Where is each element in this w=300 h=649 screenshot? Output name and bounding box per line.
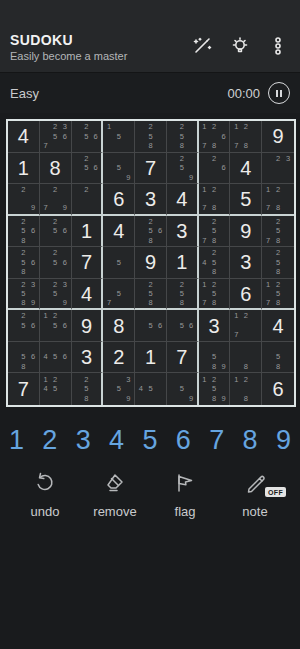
app-subtitle: Easily become a master — [10, 50, 127, 62]
sudoku-cell-r7c6[interactable]: 56 — [167, 310, 199, 342]
cell-value: 7 — [145, 158, 156, 178]
sudoku-cell-r1c8[interactable]: 1278 — [230, 121, 262, 153]
cell-notes: 258 — [263, 248, 293, 277]
menu-kebab-icon[interactable] — [266, 34, 290, 58]
cell-value: 9 — [145, 252, 156, 272]
sudoku-cell-r1c4[interactable]: 15 — [103, 121, 135, 153]
cell-value: 6 — [113, 189, 124, 209]
cell-notes: 259 — [168, 154, 196, 183]
flag-label: flag — [175, 504, 196, 519]
numpad-digit-2[interactable]: 2 — [42, 427, 57, 454]
sudoku-cell-r3c6[interactable]: 4 — [167, 184, 199, 216]
sudoku-cell-r7c8[interactable]: 127 — [230, 310, 262, 342]
sudoku-cell-r7c4[interactable]: 8 — [103, 310, 135, 342]
cell-notes: 57 — [104, 280, 133, 308]
cell-notes: 58 — [263, 343, 293, 372]
cell-notes: 45 — [136, 374, 165, 404]
sudoku-cell-r1c2[interactable]: 23567 — [40, 121, 72, 153]
sudoku-cell-r2c5[interactable]: 7 — [135, 153, 167, 185]
sudoku-cell-r9c6[interactable]: 59 — [167, 373, 199, 405]
numpad-digit-8[interactable]: 8 — [243, 427, 258, 454]
cell-notes: 2458 — [200, 248, 229, 277]
undo-label: undo — [31, 504, 60, 519]
sudoku-cell-r3c3[interactable]: 2 — [72, 184, 104, 216]
sudoku-cell-r7c2[interactable]: 1256 — [40, 310, 72, 342]
cell-notes: 568 — [9, 343, 38, 372]
sudoku-cell-r8c1[interactable]: 568 — [8, 342, 40, 374]
sudoku-cell-r8c8[interactable]: 8 — [230, 342, 262, 374]
cell-notes: 258 — [168, 280, 196, 308]
cell-notes: 1278 — [231, 122, 260, 151]
note-button[interactable]: OFF note — [228, 471, 282, 519]
numpad-digit-3[interactable]: 3 — [76, 427, 91, 454]
cell-notes: 2359 — [41, 280, 70, 308]
note-off-badge: OFF — [265, 487, 286, 497]
sudoku-cell-r7c1[interactable]: 256 — [8, 310, 40, 342]
numpad-digit-4[interactable]: 4 — [109, 427, 124, 454]
title-block: SUDOKU Easily become a master — [10, 32, 127, 62]
cell-value: 8 — [50, 158, 61, 178]
cell-value: 4 — [273, 316, 284, 336]
sudoku-cell-r6c8[interactable]: 6 — [230, 279, 262, 311]
cell-value: 3 — [145, 189, 156, 209]
flag-button[interactable]: flag — [158, 471, 212, 519]
cell-notes: 56 — [136, 311, 165, 340]
sudoku-cell-r6c1[interactable]: 23589 — [8, 279, 40, 311]
cell-notes: 258 — [73, 374, 101, 404]
cell-value: 4 — [81, 284, 92, 304]
sudoku-cell-r6c6[interactable]: 258 — [167, 279, 199, 311]
sudoku-cell-r4c3[interactable]: 1 — [72, 216, 104, 248]
sudoku-cell-r9c3[interactable]: 258 — [72, 373, 104, 405]
sudoku-cell-r8c6[interactable]: 7 — [167, 342, 199, 374]
sudoku-cell-r9c7[interactable]: 12589 — [199, 373, 231, 405]
sudoku-cell-r5c3[interactable]: 7 — [72, 247, 104, 279]
cell-notes: 589 — [200, 343, 229, 372]
remove-button[interactable]: remove — [88, 471, 142, 519]
sudoku-cell-r9c5[interactable]: 45 — [135, 373, 167, 405]
cell-value: 5 — [240, 189, 251, 209]
sudoku-cell-r3c2[interactable]: 279 — [40, 184, 72, 216]
sudoku-board: 4235672561525825812678127891825659725926… — [6, 119, 296, 407]
cell-notes: 23 — [263, 154, 293, 183]
sudoku-cell-r3c1[interactable]: 29 — [8, 184, 40, 216]
cell-value: 7 — [18, 379, 29, 399]
cell-value: 4 — [240, 158, 251, 178]
sudoku-cell-r6c4[interactable]: 57 — [103, 279, 135, 311]
sudoku-cell-r3c9[interactable]: 1278 — [262, 184, 294, 216]
cell-notes: 23567 — [41, 122, 70, 151]
cell-notes: 29 — [9, 185, 38, 213]
cell-value: 3 — [176, 221, 187, 241]
sudoku-cell-r6c7[interactable]: 12578 — [199, 279, 231, 311]
note-label: note — [242, 504, 267, 519]
undo-icon — [33, 471, 57, 499]
sudoku-cell-r5c8[interactable]: 3 — [230, 247, 262, 279]
cell-notes: 2 — [73, 185, 101, 213]
sudoku-cell-r3c8[interactable]: 5 — [230, 184, 262, 216]
sudoku-cell-r5c7[interactable]: 2458 — [199, 247, 231, 279]
sudoku-cell-r9c2[interactable]: 1245 — [40, 373, 72, 405]
sudoku-cell-r4c4[interactable]: 4 — [103, 216, 135, 248]
sudoku-cell-r6c3[interactable]: 4 — [72, 279, 104, 311]
numpad-digit-6[interactable]: 6 — [176, 427, 191, 454]
eraser-icon — [103, 471, 127, 499]
cell-value: 7 — [81, 252, 92, 272]
cell-notes: 15 — [104, 122, 133, 151]
sudoku-cell-r1c3[interactable]: 256 — [72, 121, 104, 153]
sudoku-cell-r3c4[interactable]: 6 — [103, 184, 135, 216]
sudoku-cell-r1c9[interactable]: 9 — [262, 121, 294, 153]
cell-value: 9 — [240, 221, 251, 241]
cell-notes: 26 — [200, 154, 229, 183]
sudoku-app-screen: SUDOKU Easily become a master — [0, 0, 300, 649]
cell-notes: 256 — [73, 122, 101, 151]
sudoku-cell-r6c5[interactable]: 258 — [135, 279, 167, 311]
sudoku-cell-r8c4[interactable]: 2 — [103, 342, 135, 374]
sudoku-cell-r9c4[interactable]: 359 — [103, 373, 135, 405]
header-icons — [190, 34, 290, 62]
sudoku-cell-r2c8[interactable]: 4 — [230, 153, 262, 185]
sudoku-cell-r6c9[interactable]: 12578 — [262, 279, 294, 311]
sudoku-cell-r3c7[interactable]: 1278 — [199, 184, 231, 216]
sudoku-cell-r2c2[interactable]: 8 — [40, 153, 72, 185]
numpad-digit-1[interactable]: 1 — [9, 427, 24, 454]
sudoku-cell-r4c8[interactable]: 9 — [230, 216, 262, 248]
timer: 00:00 — [227, 86, 260, 101]
pencil-icon — [243, 471, 267, 499]
cell-notes: 5 — [104, 248, 133, 277]
difficulty-label: Easy — [10, 86, 39, 101]
sudoku-cell-r7c7[interactable]: 3 — [199, 310, 231, 342]
cell-notes: 12578 — [200, 280, 229, 308]
cell-value: 1 — [81, 221, 92, 241]
cell-value: 9 — [81, 316, 92, 336]
cell-notes: 2578 — [200, 217, 229, 246]
cell-notes: 256 — [9, 311, 38, 340]
cell-notes: 59 — [104, 154, 133, 183]
cell-notes: 128 — [231, 374, 260, 404]
sudoku-cell-r3c5[interactable]: 3 — [135, 184, 167, 216]
sudoku-cell-r4c7[interactable]: 2578 — [199, 216, 231, 248]
flag-icon — [173, 471, 197, 499]
sudoku-cell-r2c1[interactable]: 1 — [8, 153, 40, 185]
sudoku-cell-r2c6[interactable]: 259 — [167, 153, 199, 185]
cell-value: 3 — [240, 252, 251, 272]
numpad-digit-9[interactable]: 9 — [276, 427, 291, 454]
cell-notes: 12589 — [200, 374, 229, 404]
sudoku-cell-r5c2[interactable]: 256 — [40, 247, 72, 279]
cell-value: 1 — [18, 158, 29, 178]
sudoku-cell-r7c3[interactable]: 9 — [72, 310, 104, 342]
sudoku-cell-r2c4[interactable]: 59 — [103, 153, 135, 185]
cell-notes: 256 — [41, 217, 70, 246]
cell-value: 6 — [273, 379, 284, 399]
sudoku-cell-r7c5[interactable]: 56 — [135, 310, 167, 342]
sudoku-cell-r1c6[interactable]: 258 — [167, 121, 199, 153]
cell-notes: 8 — [231, 343, 260, 372]
cell-value: 7 — [176, 347, 187, 367]
cell-value: 1 — [176, 252, 187, 272]
sudoku-cell-r5c4[interactable]: 5 — [103, 247, 135, 279]
sudoku-cell-r2c3[interactable]: 256 — [72, 153, 104, 185]
cell-value: 4 — [113, 221, 124, 241]
cell-notes: 56 — [168, 311, 196, 340]
cell-notes: 256 — [41, 248, 70, 277]
undo-button[interactable]: undo — [18, 471, 72, 519]
cell-notes: 279 — [41, 185, 70, 213]
cell-notes: 12678 — [200, 122, 229, 151]
app-header: SUDOKU Easily become a master — [0, 0, 300, 72]
cell-value: 4 — [176, 189, 187, 209]
cell-notes: 258 — [136, 280, 165, 308]
sudoku-cell-r5c1[interactable]: 2568 — [8, 247, 40, 279]
sudoku-cell-r1c1[interactable]: 4 — [8, 121, 40, 153]
cell-notes: 258 — [136, 122, 165, 151]
sudoku-cell-r4c5[interactable]: 2568 — [135, 216, 167, 248]
sudoku-cell-r2c9[interactable]: 23 — [262, 153, 294, 185]
cell-notes: 256 — [73, 154, 101, 183]
sudoku-cell-r8c2[interactable]: 456 — [40, 342, 72, 374]
sudoku-cell-r5c5[interactable]: 9 — [135, 247, 167, 279]
sudoku-cell-r4c2[interactable]: 256 — [40, 216, 72, 248]
number-pad: 123456789 — [0, 423, 300, 457]
numpad-digit-7[interactable]: 7 — [209, 427, 224, 454]
sudoku-cell-r5c9[interactable]: 258 — [262, 247, 294, 279]
cell-notes: 1256 — [41, 311, 70, 340]
sudoku-cell-r4c6[interactable]: 3 — [167, 216, 199, 248]
cell-value: 1 — [145, 347, 156, 367]
sudoku-cell-r1c7[interactable]: 12678 — [199, 121, 231, 153]
app-title: SUDOKU — [10, 32, 127, 48]
cell-notes: 1278 — [200, 185, 229, 213]
cell-notes: 359 — [104, 374, 133, 404]
remove-label: remove — [93, 504, 136, 519]
game-status-bar: Easy 00:00 — [0, 72, 300, 113]
cell-value: 3 — [81, 347, 92, 367]
sudoku-cell-r5c6[interactable]: 1 — [167, 247, 199, 279]
sudoku-cell-r4c9[interactable]: 2578 — [262, 216, 294, 248]
magic-wand-icon[interactable] — [190, 34, 214, 58]
sudoku-cell-r9c1[interactable]: 7 — [8, 373, 40, 405]
sudoku-cell-r2c7[interactable]: 26 — [199, 153, 231, 185]
sudoku-cell-r8c3[interactable]: 3 — [72, 342, 104, 374]
sudoku-cell-r8c7[interactable]: 589 — [199, 342, 231, 374]
hint-bulb-icon[interactable] — [228, 34, 252, 58]
cell-value: 8 — [113, 316, 124, 336]
cell-notes: 127 — [231, 311, 260, 340]
cell-value: 2 — [113, 347, 124, 367]
sudoku-cell-r8c5[interactable]: 1 — [135, 342, 167, 374]
toolbar: undo remove flag — [0, 471, 300, 519]
cell-notes: 23589 — [9, 280, 38, 308]
cell-notes: 456 — [41, 343, 70, 372]
cell-notes: 2568 — [9, 217, 38, 246]
sudoku-cell-r8c9[interactable]: 58 — [262, 342, 294, 374]
sudoku-cell-r1c5[interactable]: 258 — [135, 121, 167, 153]
cell-notes: 1245 — [41, 374, 70, 404]
cell-notes: 2578 — [263, 217, 293, 246]
sudoku-cell-r9c9[interactable]: 6 — [262, 373, 294, 405]
numpad-digit-5[interactable]: 5 — [142, 427, 157, 454]
cell-notes: 258 — [168, 122, 196, 151]
cell-notes: 59 — [168, 374, 196, 404]
cell-value: 6 — [240, 284, 251, 304]
cell-value: 3 — [208, 316, 219, 336]
cell-value: 4 — [18, 126, 29, 146]
cell-value: 9 — [273, 126, 284, 146]
cell-notes: 12578 — [263, 280, 293, 308]
cell-notes: 2568 — [136, 217, 165, 246]
sudoku-cell-r6c2[interactable]: 2359 — [40, 279, 72, 311]
pause-button[interactable] — [268, 82, 290, 104]
cell-notes: 2568 — [9, 248, 38, 277]
cell-notes: 1278 — [263, 185, 293, 213]
sudoku-cell-r7c9[interactable]: 4 — [262, 310, 294, 342]
sudoku-cell-r9c8[interactable]: 128 — [230, 373, 262, 405]
sudoku-cell-r4c1[interactable]: 2568 — [8, 216, 40, 248]
